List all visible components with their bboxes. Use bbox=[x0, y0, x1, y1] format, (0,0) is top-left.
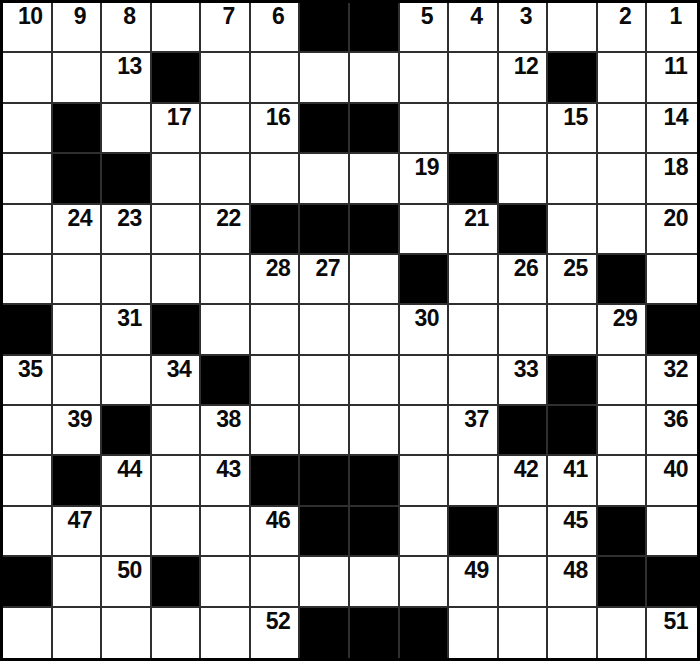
cell-r6c6[interactable]: 28 bbox=[251, 255, 301, 305]
clue-number: 43 bbox=[201, 456, 249, 481]
cell-r5c11-block bbox=[499, 205, 549, 255]
cell-r9c6[interactable] bbox=[251, 406, 301, 456]
clue-number: 21 bbox=[449, 205, 497, 230]
clue-number: 4 bbox=[449, 3, 497, 28]
clue-number: 6 bbox=[251, 3, 299, 28]
cell-r6c9-block bbox=[400, 255, 450, 305]
cell-r7c5[interactable] bbox=[201, 305, 251, 355]
cell-r6c11[interactable]: 26 bbox=[499, 255, 549, 305]
cell-r12c14-block bbox=[647, 557, 697, 607]
cell-r5c1[interactable] bbox=[3, 205, 53, 255]
clue-number: 26 bbox=[499, 255, 547, 280]
cell-r5c2[interactable]: 24 bbox=[53, 205, 103, 255]
cell-r6c4[interactable] bbox=[152, 255, 202, 305]
cell-r8c5-block bbox=[201, 356, 251, 406]
cell-r8c13[interactable] bbox=[598, 356, 648, 406]
cell-r2c3[interactable]: 13 bbox=[102, 53, 152, 103]
cell-r1c8-block bbox=[350, 3, 400, 53]
clue-number: 24 bbox=[53, 205, 101, 230]
cell-r4c9[interactable]: 19 bbox=[400, 154, 450, 204]
cell-r3c10[interactable] bbox=[449, 104, 499, 154]
cell-r13c13[interactable] bbox=[598, 608, 648, 658]
cell-r9c10[interactable]: 37 bbox=[449, 406, 499, 456]
cell-r8c9[interactable] bbox=[400, 356, 450, 406]
clue-number: 19 bbox=[400, 154, 448, 179]
cell-r13c6[interactable]: 52 bbox=[251, 608, 301, 658]
cell-r1c13[interactable]: 2 bbox=[598, 3, 648, 53]
clue-number: 39 bbox=[53, 406, 101, 431]
cell-r6c2[interactable] bbox=[53, 255, 103, 305]
cell-r1c9[interactable]: 5 bbox=[400, 3, 450, 53]
clue-number: 2 bbox=[598, 3, 646, 28]
clue-number: 1 bbox=[647, 3, 697, 28]
cell-r1c1[interactable]: 10 bbox=[3, 3, 53, 53]
cell-r11c2[interactable]: 47 bbox=[53, 507, 103, 557]
cell-r13c11[interactable] bbox=[499, 608, 549, 658]
cell-r11c11[interactable] bbox=[499, 507, 549, 557]
cell-r11c8-block bbox=[350, 507, 400, 557]
cell-r10c7-block bbox=[300, 456, 350, 506]
cell-r1c7-block bbox=[300, 3, 350, 53]
cell-r9c14[interactable]: 36 bbox=[647, 406, 697, 456]
cell-r12c2[interactable] bbox=[53, 557, 103, 607]
cell-r12c13-block bbox=[598, 557, 648, 607]
cell-r3c8-block bbox=[350, 104, 400, 154]
cell-r10c12[interactable]: 41 bbox=[548, 456, 598, 506]
cell-r5c6-block bbox=[251, 205, 301, 255]
cell-r13c12[interactable] bbox=[548, 608, 598, 658]
cell-r5c7-block bbox=[300, 205, 350, 255]
clue-number: 51 bbox=[647, 608, 697, 633]
clue-number: 46 bbox=[251, 507, 299, 532]
cell-r2c12-block bbox=[548, 53, 598, 103]
cell-r6c7[interactable]: 27 bbox=[300, 255, 350, 305]
cell-r6c12[interactable]: 25 bbox=[548, 255, 598, 305]
cell-r6c13-block bbox=[598, 255, 648, 305]
cell-r1c11[interactable]: 3 bbox=[499, 3, 549, 53]
cell-r10c1[interactable] bbox=[3, 456, 53, 506]
clue-number: 50 bbox=[102, 557, 150, 582]
cell-r6c5[interactable] bbox=[201, 255, 251, 305]
cell-r10c2-block bbox=[53, 456, 103, 506]
clue-number: 34 bbox=[152, 356, 200, 381]
clue-number: 49 bbox=[449, 557, 497, 582]
cell-r13c14[interactable]: 51 bbox=[647, 608, 697, 658]
cell-r4c5[interactable] bbox=[201, 154, 251, 204]
cell-r7c14-block bbox=[647, 305, 697, 355]
clue-number: 14 bbox=[647, 104, 697, 129]
cell-r4c11[interactable] bbox=[499, 154, 549, 204]
cell-r4c7[interactable] bbox=[300, 154, 350, 204]
cell-r12c11[interactable] bbox=[499, 557, 549, 607]
cell-r4c12[interactable] bbox=[548, 154, 598, 204]
cell-r8c10[interactable] bbox=[449, 356, 499, 406]
cell-r6c8[interactable] bbox=[350, 255, 400, 305]
cell-r7c12[interactable] bbox=[548, 305, 598, 355]
cell-r2c14[interactable]: 11 bbox=[647, 53, 697, 103]
cell-r1c12[interactable] bbox=[548, 3, 598, 53]
cell-r5c8-block bbox=[350, 205, 400, 255]
clue-number: 23 bbox=[102, 205, 150, 230]
clue-number: 7 bbox=[201, 3, 249, 28]
cell-r1c5[interactable]: 7 bbox=[201, 3, 251, 53]
cell-r11c6[interactable]: 46 bbox=[251, 507, 301, 557]
cell-r5c12[interactable] bbox=[548, 205, 598, 255]
clue-number: 25 bbox=[548, 255, 596, 280]
clue-number: 3 bbox=[499, 3, 547, 28]
cell-r7c1-block bbox=[3, 305, 53, 355]
cell-r6c10[interactable] bbox=[449, 255, 499, 305]
cell-r12c4-block bbox=[152, 557, 202, 607]
cell-r12c10[interactable]: 49 bbox=[449, 557, 499, 607]
clue-number: 52 bbox=[251, 608, 299, 633]
cell-r13c5[interactable] bbox=[201, 608, 251, 658]
cell-r9c13[interactable] bbox=[598, 406, 648, 456]
clue-number: 42 bbox=[499, 456, 547, 481]
cell-r11c5[interactable] bbox=[201, 507, 251, 557]
cell-r2c6[interactable] bbox=[251, 53, 301, 103]
cell-r2c13[interactable] bbox=[598, 53, 648, 103]
cell-r8c3[interactable] bbox=[102, 356, 152, 406]
clue-number: 5 bbox=[400, 3, 448, 28]
cell-r3c12[interactable]: 15 bbox=[548, 104, 598, 154]
cell-r10c10[interactable] bbox=[449, 456, 499, 506]
cell-r2c1[interactable] bbox=[3, 53, 53, 103]
cell-r13c9-block bbox=[400, 608, 450, 658]
clue-number: 22 bbox=[201, 205, 249, 230]
cell-r11c3[interactable] bbox=[102, 507, 152, 557]
cell-r2c8[interactable] bbox=[350, 53, 400, 103]
clue-number: 29 bbox=[598, 305, 646, 330]
cell-r8c12-block bbox=[548, 356, 598, 406]
cell-r8c14[interactable]: 32 bbox=[647, 356, 697, 406]
cell-r10c3[interactable]: 44 bbox=[102, 456, 152, 506]
cell-r4c3-block bbox=[102, 154, 152, 204]
cell-r3c13[interactable] bbox=[598, 104, 648, 154]
clue-number: 47 bbox=[53, 507, 101, 532]
cell-r13c8-block bbox=[350, 608, 400, 658]
cell-r10c6-block bbox=[251, 456, 301, 506]
cell-r10c11[interactable]: 42 bbox=[499, 456, 549, 506]
clue-number: 38 bbox=[201, 406, 249, 431]
clue-number: 15 bbox=[548, 104, 596, 129]
cell-r12c9[interactable] bbox=[400, 557, 450, 607]
cell-r9c5[interactable]: 38 bbox=[201, 406, 251, 456]
cell-r8c8[interactable] bbox=[350, 356, 400, 406]
cell-r1c4[interactable] bbox=[152, 3, 202, 53]
clue-number: 40 bbox=[647, 456, 697, 481]
cell-r4c4[interactable] bbox=[152, 154, 202, 204]
cell-r6c3[interactable] bbox=[102, 255, 152, 305]
cell-r2c10[interactable] bbox=[449, 53, 499, 103]
cell-r5c13[interactable] bbox=[598, 205, 648, 255]
cell-r7c13[interactable]: 29 bbox=[598, 305, 648, 355]
cell-r8c6[interactable] bbox=[251, 356, 301, 406]
crossword-grid: 1098765432113121117161514191824232221202… bbox=[0, 0, 700, 661]
cell-r7c10[interactable] bbox=[449, 305, 499, 355]
cell-r3c2-block bbox=[53, 104, 103, 154]
cell-r7c7[interactable] bbox=[300, 305, 350, 355]
cell-r4c6[interactable] bbox=[251, 154, 301, 204]
cell-r10c9[interactable] bbox=[400, 456, 450, 506]
cell-r4c10-block bbox=[449, 154, 499, 204]
clue-number: 41 bbox=[548, 456, 596, 481]
cell-r4c14[interactable]: 18 bbox=[647, 154, 697, 204]
cell-r1c3[interactable]: 8 bbox=[102, 3, 152, 53]
cell-r9c2[interactable]: 39 bbox=[53, 406, 103, 456]
clue-number: 28 bbox=[251, 255, 299, 280]
cell-r3c1[interactable] bbox=[3, 104, 53, 154]
cell-r3c14[interactable]: 14 bbox=[647, 104, 697, 154]
cell-r2c11[interactable]: 12 bbox=[499, 53, 549, 103]
cell-r7c6[interactable] bbox=[251, 305, 301, 355]
cell-r5c10[interactable]: 21 bbox=[449, 205, 499, 255]
cell-r12c7[interactable] bbox=[300, 557, 350, 607]
cell-r4c1[interactable] bbox=[3, 154, 53, 204]
cell-r2c9[interactable] bbox=[400, 53, 450, 103]
cell-r3c7-block bbox=[300, 104, 350, 154]
cell-r4c8[interactable] bbox=[350, 154, 400, 204]
cell-r1c14[interactable]: 1 bbox=[647, 3, 697, 53]
cell-r12c6[interactable] bbox=[251, 557, 301, 607]
cell-r7c2[interactable] bbox=[53, 305, 103, 355]
cell-r2c5[interactable] bbox=[201, 53, 251, 103]
cell-r13c4[interactable] bbox=[152, 608, 202, 658]
clue-number: 32 bbox=[647, 356, 697, 381]
cell-r12c12[interactable]: 48 bbox=[548, 557, 598, 607]
cell-r8c7[interactable] bbox=[300, 356, 350, 406]
clue-number: 35 bbox=[3, 356, 51, 381]
cell-r10c13[interactable] bbox=[598, 456, 648, 506]
cell-r5c3[interactable]: 23 bbox=[102, 205, 152, 255]
cell-r9c3-block bbox=[102, 406, 152, 456]
cell-r3c4[interactable]: 17 bbox=[152, 104, 202, 154]
cell-r5c4[interactable] bbox=[152, 205, 202, 255]
cell-r13c3[interactable] bbox=[102, 608, 152, 658]
clue-number: 30 bbox=[400, 305, 448, 330]
cell-r8c1[interactable]: 35 bbox=[3, 356, 53, 406]
clue-number: 27 bbox=[300, 255, 348, 280]
cell-r4c2-block bbox=[53, 154, 103, 204]
cell-r7c11[interactable] bbox=[499, 305, 549, 355]
cell-r1c6[interactable]: 6 bbox=[251, 3, 301, 53]
cell-r11c9[interactable] bbox=[400, 507, 450, 557]
cell-r6c14[interactable] bbox=[647, 255, 697, 305]
cell-r13c10[interactable] bbox=[449, 608, 499, 658]
cell-r9c7[interactable] bbox=[300, 406, 350, 456]
clue-number: 33 bbox=[499, 356, 547, 381]
cell-r11c12[interactable]: 45 bbox=[548, 507, 598, 557]
cell-r9c8[interactable] bbox=[350, 406, 400, 456]
cell-r11c14[interactable] bbox=[647, 507, 697, 557]
cell-r8c11[interactable]: 33 bbox=[499, 356, 549, 406]
cell-r9c12-block bbox=[548, 406, 598, 456]
cell-r12c5[interactable] bbox=[201, 557, 251, 607]
cell-r10c4[interactable] bbox=[152, 456, 202, 506]
cell-r10c5[interactable]: 43 bbox=[201, 456, 251, 506]
cell-r7c9[interactable]: 30 bbox=[400, 305, 450, 355]
cell-r11c10-block bbox=[449, 507, 499, 557]
cell-r3c5[interactable] bbox=[201, 104, 251, 154]
cell-r5c14[interactable]: 20 bbox=[647, 205, 697, 255]
cell-r1c2[interactable]: 9 bbox=[53, 3, 103, 53]
cell-r7c8[interactable] bbox=[350, 305, 400, 355]
cell-r3c3[interactable] bbox=[102, 104, 152, 154]
cell-r7c4-block bbox=[152, 305, 202, 355]
cell-r10c14[interactable]: 40 bbox=[647, 456, 697, 506]
cell-r13c2[interactable] bbox=[53, 608, 103, 658]
cell-r5c5[interactable]: 22 bbox=[201, 205, 251, 255]
cell-r11c4[interactable] bbox=[152, 507, 202, 557]
cell-r8c2[interactable] bbox=[53, 356, 103, 406]
cell-r11c13-block bbox=[598, 507, 648, 557]
clue-number: 20 bbox=[647, 205, 697, 230]
cell-r5c9[interactable] bbox=[400, 205, 450, 255]
cell-r2c4-block bbox=[152, 53, 202, 103]
clue-number: 9 bbox=[53, 3, 101, 28]
clue-number: 31 bbox=[102, 305, 150, 330]
cell-r4c13[interactable] bbox=[598, 154, 648, 204]
clue-number: 10 bbox=[3, 3, 51, 28]
cell-r8c4[interactable]: 34 bbox=[152, 356, 202, 406]
clue-number: 48 bbox=[548, 557, 596, 582]
cell-r7c3[interactable]: 31 bbox=[102, 305, 152, 355]
cell-r9c11-block bbox=[499, 406, 549, 456]
cell-r9c1[interactable] bbox=[3, 406, 53, 456]
cell-r9c4[interactable] bbox=[152, 406, 202, 456]
cell-r12c8[interactable] bbox=[350, 557, 400, 607]
cell-r3c6[interactable]: 16 bbox=[251, 104, 301, 154]
cell-r10c8-block bbox=[350, 456, 400, 506]
clue-number: 44 bbox=[102, 456, 150, 481]
cell-r12c3[interactable]: 50 bbox=[102, 557, 152, 607]
clue-number: 17 bbox=[152, 104, 200, 129]
cell-r9c9[interactable] bbox=[400, 406, 450, 456]
clue-number: 11 bbox=[647, 53, 697, 78]
cell-r11c1[interactable] bbox=[3, 507, 53, 557]
clue-number: 18 bbox=[647, 154, 697, 179]
clue-number: 36 bbox=[647, 406, 697, 431]
cell-r11c7-block bbox=[300, 507, 350, 557]
clue-number: 12 bbox=[499, 53, 547, 78]
clue-number: 13 bbox=[102, 53, 150, 78]
clue-number: 45 bbox=[548, 507, 596, 532]
cell-r3c11[interactable] bbox=[499, 104, 549, 154]
cell-r13c7-block bbox=[300, 608, 350, 658]
cell-r12c1-block bbox=[3, 557, 53, 607]
cell-r3c9[interactable] bbox=[400, 104, 450, 154]
clue-number: 16 bbox=[251, 104, 299, 129]
cell-r1c10[interactable]: 4 bbox=[449, 3, 499, 53]
cell-r2c2[interactable] bbox=[53, 53, 103, 103]
clue-number: 8 bbox=[102, 3, 150, 28]
cell-r2c7[interactable] bbox=[300, 53, 350, 103]
cell-r13c1[interactable] bbox=[3, 608, 53, 658]
clue-number: 37 bbox=[449, 406, 497, 431]
cell-r6c1[interactable] bbox=[3, 255, 53, 305]
